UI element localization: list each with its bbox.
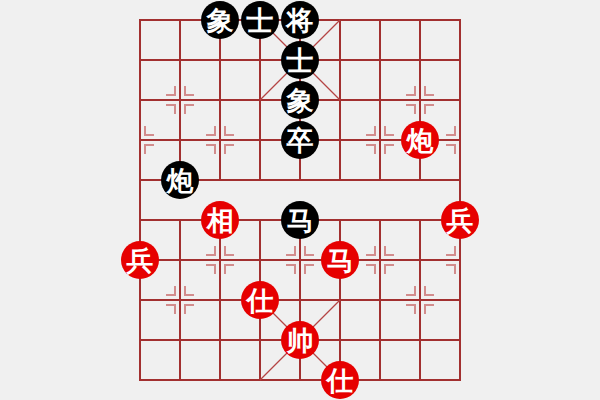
position-marker	[225, 265, 234, 274]
position-marker	[286, 265, 295, 274]
position-marker	[286, 246, 295, 255]
position-marker	[166, 86, 175, 95]
position-marker	[305, 246, 314, 255]
position-marker	[206, 126, 215, 135]
position-marker	[206, 265, 215, 274]
position-marker	[425, 105, 434, 114]
position-marker	[425, 305, 434, 314]
position-marker	[206, 246, 215, 255]
position-marker	[166, 286, 175, 295]
piece-red-horse[interactable]: 马	[321, 241, 359, 279]
position-marker	[406, 286, 415, 295]
position-marker	[225, 246, 234, 255]
position-marker	[166, 305, 175, 314]
position-marker	[446, 126, 455, 135]
position-marker	[385, 265, 394, 274]
position-marker	[185, 86, 194, 95]
position-marker	[185, 105, 194, 114]
position-marker	[145, 126, 154, 135]
position-marker	[385, 126, 394, 135]
piece-black-advisor[interactable]: 士	[241, 1, 279, 39]
piece-red-advisor[interactable]: 仕	[321, 361, 359, 399]
position-marker	[366, 145, 375, 154]
piece-red-elephant[interactable]: 相	[201, 201, 239, 239]
position-marker	[406, 105, 415, 114]
piece-red-soldier[interactable]: 兵	[121, 241, 159, 279]
position-marker	[406, 86, 415, 95]
position-marker	[406, 305, 415, 314]
position-marker	[185, 286, 194, 295]
position-marker	[366, 126, 375, 135]
position-marker	[425, 86, 434, 95]
position-marker	[425, 286, 434, 295]
position-marker	[446, 265, 455, 274]
position-marker	[225, 145, 234, 154]
position-marker	[366, 265, 375, 274]
position-marker	[185, 305, 194, 314]
position-marker	[446, 145, 455, 154]
piece-black-elephant[interactable]: 象	[281, 81, 319, 119]
xiangqi-screenshot: 象士将士象卒炮炮相马兵兵马仕帅仕	[0, 0, 600, 400]
position-marker	[166, 105, 175, 114]
piece-black-general[interactable]: 将	[281, 1, 319, 39]
piece-red-cannon[interactable]: 炮	[401, 121, 439, 159]
position-marker	[446, 246, 455, 255]
piece-red-advisor[interactable]: 仕	[241, 281, 279, 319]
piece-red-general[interactable]: 帅	[281, 321, 319, 359]
position-marker	[366, 246, 375, 255]
position-marker	[145, 145, 154, 154]
position-marker	[385, 145, 394, 154]
position-marker	[206, 145, 215, 154]
piece-black-advisor[interactable]: 士	[281, 41, 319, 79]
position-marker	[225, 126, 234, 135]
piece-black-soldier[interactable]: 卒	[281, 121, 319, 159]
piece-red-soldier[interactable]: 兵	[441, 201, 479, 239]
piece-black-cannon[interactable]: 炮	[161, 161, 199, 199]
piece-black-horse[interactable]: 马	[281, 201, 319, 239]
position-marker	[385, 246, 394, 255]
position-marker	[305, 265, 314, 274]
piece-black-elephant[interactable]: 象	[201, 1, 239, 39]
